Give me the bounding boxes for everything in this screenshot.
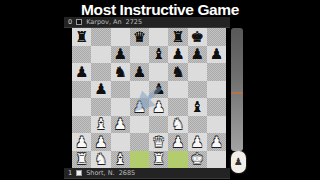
square-b4[interactable]	[91, 98, 110, 116]
white-pawn: ♟	[210, 135, 223, 150]
square-d2[interactable]	[130, 133, 149, 151]
white-king: ♚	[191, 152, 204, 167]
square-g7[interactable]: ♟	[188, 46, 207, 64]
square-b8[interactable]	[91, 28, 110, 46]
square-b3[interactable]: ♝	[91, 116, 110, 134]
square-f4[interactable]	[168, 98, 187, 116]
square-a7[interactable]	[72, 46, 91, 64]
black-queen: ♛	[133, 30, 146, 45]
square-c4[interactable]	[111, 98, 130, 116]
square-h4[interactable]	[207, 98, 226, 116]
square-e4[interactable]: ♟	[149, 98, 168, 116]
square-c8[interactable]	[111, 28, 130, 46]
square-e8[interactable]	[149, 28, 168, 46]
white-pawn: ♟	[171, 135, 184, 150]
square-e5[interactable]: ♟	[149, 81, 168, 99]
black-player-name: Karpov, An	[86, 17, 121, 28]
square-e1[interactable]: ♜	[149, 151, 168, 169]
black-player-rating: 2725	[126, 17, 143, 28]
white-rook: ♜	[152, 152, 165, 167]
square-h6[interactable]	[207, 63, 226, 81]
square-b1[interactable]: ♞	[91, 151, 110, 169]
square-g4[interactable]: ♝	[188, 98, 207, 116]
white-pawn: ♟	[133, 100, 146, 115]
square-g1[interactable]: ♚	[188, 151, 207, 169]
square-f7[interactable]: ♟	[168, 46, 187, 64]
square-e3[interactable]	[149, 116, 168, 134]
pawn-icon: ♟	[234, 157, 243, 167]
app-logo: ♟	[231, 151, 246, 173]
square-d4[interactable]: ♟	[130, 98, 149, 116]
square-a4[interactable]	[72, 98, 91, 116]
white-knight: ♞	[171, 117, 184, 132]
square-f5[interactable]	[168, 81, 187, 99]
black-pawn: ♟	[75, 65, 88, 80]
square-a3[interactable]	[72, 116, 91, 134]
square-a5[interactable]	[72, 81, 91, 99]
black-pawn: ♟	[133, 65, 146, 80]
black-bishop: ♝	[152, 47, 165, 62]
square-d5[interactable]	[130, 81, 149, 99]
square-f6[interactable]: ♞	[168, 63, 187, 81]
square-c3[interactable]: ♟	[111, 116, 130, 134]
square-c1[interactable]: ♝	[111, 151, 130, 169]
white-bishop: ♝	[114, 152, 127, 167]
white-pawn: ♟	[191, 135, 204, 150]
square-a1[interactable]: ♜	[72, 151, 91, 169]
square-d6[interactable]: ♟	[130, 63, 149, 81]
black-pawn: ♟	[114, 47, 127, 62]
square-h3[interactable]	[207, 116, 226, 134]
app-window: Most Instructive Game 0 Karpov, An 2725 …	[0, 0, 320, 180]
black-knight: ♞	[114, 65, 127, 80]
white-pawn: ♟	[114, 117, 127, 132]
square-c5[interactable]	[111, 81, 130, 99]
black-pawn: ♟	[191, 47, 204, 62]
white-pawn: ♟	[75, 135, 88, 150]
square-c2[interactable]	[111, 133, 130, 151]
square-h7[interactable]: ♟	[207, 46, 226, 64]
black-bishop: ♝	[191, 100, 204, 115]
square-a6[interactable]: ♟	[72, 63, 91, 81]
chess-board: ♜♛♜♚♟♝♟♟♟♟♞♟♞♟♟♟♟♝♝♟♞♟♟♛♟♟♟♜♞♝♜♚	[72, 28, 226, 168]
black-king: ♚	[191, 30, 204, 45]
black-pawn: ♟	[210, 47, 223, 62]
square-g8[interactable]: ♚	[188, 28, 207, 46]
square-g5[interactable]	[188, 81, 207, 99]
black-pawn: ♟	[94, 82, 107, 97]
top-player-bar: 0 Karpov, An 2725	[64, 17, 230, 28]
black-score: 0	[68, 17, 72, 28]
square-d8[interactable]: ♛	[130, 28, 149, 46]
scrollbar[interactable]	[231, 28, 243, 151]
white-color-icon	[76, 170, 82, 176]
scrollbar-marker	[231, 92, 243, 94]
white-knight: ♞	[94, 152, 107, 167]
square-h8[interactable]	[207, 28, 226, 46]
white-pawn: ♟	[94, 135, 107, 150]
white-pawn: ♟	[152, 100, 165, 115]
square-b7[interactable]	[91, 46, 110, 64]
white-queen: ♛	[152, 135, 165, 150]
black-color-icon	[76, 19, 82, 25]
square-d3[interactable]	[130, 116, 149, 134]
white-bishop: ♝	[94, 117, 107, 132]
square-g2[interactable]: ♟	[188, 133, 207, 151]
square-a2[interactable]: ♟	[72, 133, 91, 151]
white-rook: ♜	[75, 152, 88, 167]
square-f8[interactable]: ♜	[168, 28, 187, 46]
square-a8[interactable]: ♜	[72, 28, 91, 46]
square-e6[interactable]	[149, 63, 168, 81]
square-f2[interactable]: ♟	[168, 133, 187, 151]
black-pawn: ♟	[171, 47, 184, 62]
square-h2[interactable]: ♟	[207, 133, 226, 151]
square-h5[interactable]	[207, 81, 226, 99]
square-h1[interactable]	[207, 151, 226, 169]
square-c6[interactable]: ♞	[111, 63, 130, 81]
white-player-rating: 2685	[119, 168, 136, 179]
square-c7[interactable]: ♟	[111, 46, 130, 64]
black-rook: ♜	[171, 30, 184, 45]
square-g6[interactable]	[188, 63, 207, 81]
black-knight: ♞	[171, 65, 184, 80]
white-player-name: Short, N.	[86, 168, 115, 179]
black-pawn: ♟	[152, 82, 165, 97]
square-d7[interactable]	[130, 46, 149, 64]
square-b2[interactable]: ♟	[91, 133, 110, 151]
black-rook: ♜	[75, 30, 88, 45]
white-score: 1	[68, 168, 72, 179]
square-e7[interactable]: ♝	[149, 46, 168, 64]
bottom-player-bar: 1 Short, N. 2685	[64, 168, 230, 179]
square-d1[interactable]	[130, 151, 149, 169]
square-f1[interactable]	[168, 151, 187, 169]
square-g3[interactable]	[188, 116, 207, 134]
square-b5[interactable]: ♟	[91, 81, 110, 99]
square-f3[interactable]: ♞	[168, 116, 187, 134]
square-b6[interactable]	[91, 63, 110, 81]
square-e2[interactable]: ♛	[149, 133, 168, 151]
